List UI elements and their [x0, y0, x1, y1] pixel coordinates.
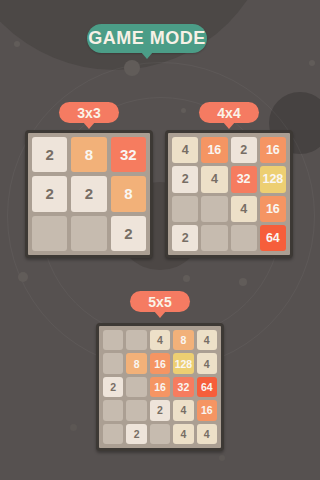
- tile-16: 16: [201, 137, 227, 163]
- decor-dot: [18, 272, 28, 282]
- tile-8: 8: [126, 353, 146, 373]
- tile-32: 32: [173, 377, 193, 397]
- board-5x5[interactable]: 484816128421632642416244: [96, 323, 224, 451]
- empty-cell: [103, 424, 123, 444]
- empty-cell: [71, 216, 106, 251]
- board-3x3[interactable]: 28322282: [25, 130, 153, 258]
- tile-64: 64: [260, 225, 286, 251]
- tile-16: 16: [260, 196, 286, 222]
- tile-4: 4: [197, 330, 217, 350]
- tile-4: 4: [197, 353, 217, 373]
- mode-badge-4x4: 4x4: [199, 102, 259, 123]
- tile-2: 2: [103, 377, 123, 397]
- tile-2: 2: [126, 424, 146, 444]
- game-mode-title: GAME MODE: [87, 24, 207, 53]
- tile-32: 32: [231, 166, 257, 192]
- tile-2: 2: [172, 225, 198, 251]
- tile-2: 2: [150, 400, 170, 420]
- tile-4: 4: [201, 166, 227, 192]
- tile-16: 16: [150, 377, 170, 397]
- decor-dot: [124, 60, 140, 76]
- game-mode-title-pointer: [141, 52, 153, 59]
- tile-2: 2: [172, 166, 198, 192]
- tile-16: 16: [260, 137, 286, 163]
- empty-cell: [103, 330, 123, 350]
- tile-64: 64: [197, 377, 217, 397]
- tile-2: 2: [231, 137, 257, 163]
- tile-16: 16: [197, 400, 217, 420]
- tile-16: 16: [150, 353, 170, 373]
- tile-8: 8: [71, 137, 106, 172]
- empty-cell: [126, 377, 146, 397]
- mode-option-4x4[interactable]: 4x4 4162162432128416264: [165, 102, 293, 258]
- empty-cell: [172, 196, 198, 222]
- mode-badge-4x4-pointer: [223, 122, 235, 129]
- empty-cell: [150, 424, 170, 444]
- empty-cell: [103, 400, 123, 420]
- tile-4: 4: [197, 424, 217, 444]
- tile-128: 128: [260, 166, 286, 192]
- tile-8: 8: [173, 330, 193, 350]
- decor-dot: [183, 275, 190, 282]
- decor-dot: [239, 278, 247, 286]
- empty-cell: [231, 225, 257, 251]
- tile-32: 32: [111, 137, 146, 172]
- tile-4: 4: [150, 330, 170, 350]
- board-4x4[interactable]: 4162162432128416264: [165, 130, 293, 258]
- tile-2: 2: [111, 216, 146, 251]
- mode-badge-3x3-pointer: [83, 122, 95, 129]
- empty-cell: [126, 400, 146, 420]
- decor-dot: [14, 41, 20, 47]
- decor-dot: [70, 424, 77, 431]
- tile-2: 2: [71, 176, 106, 211]
- tile-128: 128: [173, 353, 193, 373]
- tile-4: 4: [172, 137, 198, 163]
- tile-2: 2: [32, 137, 67, 172]
- tile-4: 4: [231, 196, 257, 222]
- mode-option-3x3[interactable]: 3x3 28322282: [25, 102, 153, 258]
- tile-8: 8: [111, 176, 146, 211]
- mode-badge-3x3: 3x3: [59, 102, 119, 123]
- tile-2: 2: [32, 176, 67, 211]
- tile-4: 4: [173, 424, 193, 444]
- mode-badge-3x3-label: 3x3: [77, 105, 100, 121]
- empty-cell: [201, 196, 227, 222]
- mode-option-5x5[interactable]: 5x5 484816128421632642416244: [96, 291, 224, 452]
- game-mode-title-label: GAME MODE: [88, 28, 206, 49]
- empty-cell: [126, 330, 146, 350]
- decor-dot: [309, 60, 315, 66]
- mode-badge-5x5-pointer: [154, 311, 166, 318]
- empty-cell: [32, 216, 67, 251]
- empty-cell: [201, 225, 227, 251]
- empty-cell: [103, 353, 123, 373]
- tile-4: 4: [173, 400, 193, 420]
- decor-dot: [219, 455, 225, 461]
- game-mode-screen: GAME MODE 3x3 28322282 4x4 4162162432128…: [0, 0, 320, 480]
- mode-badge-5x5-label: 5x5: [148, 294, 171, 310]
- mode-badge-4x4-label: 4x4: [217, 105, 240, 121]
- mode-badge-5x5: 5x5: [130, 291, 190, 312]
